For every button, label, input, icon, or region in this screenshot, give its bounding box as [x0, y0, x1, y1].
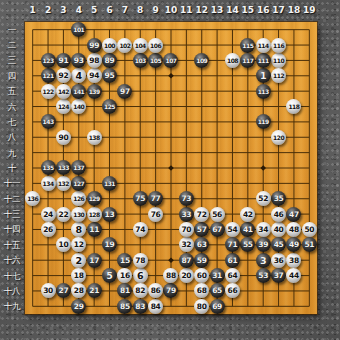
stone-white-54: 54 [225, 222, 240, 237]
stone-white-46: 46 [271, 207, 286, 222]
stone-black-91: 91 [56, 53, 71, 68]
stone-black-123: 123 [41, 53, 56, 68]
app-background: { "game": "go", "board": { "size": 19, "… [0, 0, 340, 340]
stone-black-17: 17 [87, 253, 102, 268]
stone-white-76: 76 [148, 207, 163, 222]
stone-white-6: 6 [133, 268, 148, 283]
stone-black-135: 135 [41, 160, 56, 175]
stone-white-24: 24 [41, 207, 56, 222]
stone-black-39: 39 [256, 237, 271, 252]
stone-white-122: 122 [41, 84, 56, 99]
stone-white-114: 114 [256, 38, 271, 53]
stone-white-52: 52 [256, 191, 271, 206]
row-label-7: 七 [0, 116, 24, 128]
stone-black-31: 31 [210, 268, 225, 283]
stone-black-1: 1 [256, 68, 271, 83]
stone-white-94: 94 [87, 68, 102, 83]
row-label-10: 十 [0, 162, 24, 174]
stone-white-50: 50 [302, 222, 317, 237]
star-point [168, 73, 174, 79]
stone-black-29: 29 [71, 299, 86, 314]
stone-white-100: 100 [102, 38, 117, 53]
stone-white-84: 84 [148, 299, 163, 314]
stone-black-5: 5 [102, 268, 117, 283]
row-label-2: 二 [0, 39, 24, 51]
stone-white-98: 98 [87, 53, 102, 68]
stone-white-2: 2 [71, 253, 86, 268]
stone-white-42: 42 [240, 207, 255, 222]
col-label-19: 19 [299, 4, 319, 16]
stone-white-72: 72 [194, 207, 209, 222]
stone-black-139: 139 [87, 84, 102, 99]
row-label-11: 十一 [0, 177, 24, 189]
stone-white-74: 74 [133, 222, 148, 237]
row-label-9: 九 [0, 147, 24, 159]
row-label-6: 六 [0, 101, 24, 113]
stone-white-70: 70 [179, 222, 194, 237]
stone-white-36: 36 [271, 253, 286, 268]
stone-white-142: 142 [56, 84, 71, 99]
stone-white-30: 30 [41, 283, 56, 298]
stone-black-89: 89 [102, 53, 117, 68]
stone-black-83: 83 [133, 299, 148, 314]
row-label-8: 八 [0, 131, 24, 143]
row-label-16: 十六 [0, 254, 24, 266]
stone-black-67: 67 [210, 222, 225, 237]
stone-black-47: 47 [286, 207, 301, 222]
star-point [168, 257, 174, 263]
stone-black-53: 53 [256, 268, 271, 283]
stone-black-143: 143 [41, 114, 56, 129]
row-label-18: 十八 [0, 285, 24, 297]
stone-black-103: 103 [133, 53, 148, 68]
stone-black-105: 105 [148, 53, 163, 68]
stone-white-78: 78 [133, 253, 148, 268]
stone-white-64: 64 [225, 268, 240, 283]
stone-white-104: 104 [133, 38, 148, 53]
stone-white-90: 90 [56, 130, 71, 145]
stone-white-34: 34 [256, 222, 271, 237]
stone-white-120: 120 [271, 130, 286, 145]
stone-black-13: 13 [102, 207, 117, 222]
go-board[interactable]: 1234568101112131516171819202122242627282… [25, 22, 317, 314]
stone-black-129: 129 [87, 191, 102, 206]
stone-black-11: 11 [87, 222, 102, 237]
stone-black-69: 69 [210, 299, 225, 314]
stone-white-110: 110 [271, 53, 286, 68]
row-label-13: 十三 [0, 208, 24, 220]
stone-black-125: 125 [102, 99, 117, 114]
star-point [168, 165, 174, 171]
stone-black-121: 121 [41, 68, 56, 83]
row-label-3: 三 [0, 54, 24, 66]
row-label-15: 十五 [0, 239, 24, 251]
stone-black-33: 33 [179, 207, 194, 222]
stone-white-124: 124 [56, 99, 71, 114]
row-label-1: 一 [0, 24, 24, 36]
stone-black-65: 65 [210, 283, 225, 298]
stone-white-80: 80 [194, 299, 209, 314]
stone-white-106: 106 [148, 38, 163, 53]
stone-black-87: 87 [179, 253, 194, 268]
stone-white-130: 130 [71, 207, 86, 222]
stone-white-138: 138 [87, 130, 102, 145]
stone-black-75: 75 [133, 191, 148, 206]
stone-white-26: 26 [41, 222, 56, 237]
stone-black-59: 59 [194, 253, 209, 268]
stone-black-73: 73 [179, 191, 194, 206]
stone-black-111: 111 [256, 53, 271, 68]
row-label-17: 十七 [0, 270, 24, 282]
star-point [260, 165, 266, 171]
stone-white-116: 116 [271, 38, 286, 53]
stone-white-134: 134 [41, 176, 56, 191]
row-label-5: 五 [0, 85, 24, 97]
stone-white-132: 132 [56, 176, 71, 191]
stone-white-108: 108 [225, 53, 240, 68]
stone-white-20: 20 [179, 268, 194, 283]
stone-white-22: 22 [56, 207, 71, 222]
row-label-4: 四 [0, 70, 24, 82]
stone-black-97: 97 [117, 84, 132, 99]
stone-white-40: 40 [271, 222, 286, 237]
stone-black-99: 99 [87, 38, 102, 53]
stone-black-113: 113 [256, 84, 271, 99]
stone-black-115: 115 [240, 38, 255, 53]
stone-white-128: 128 [87, 207, 102, 222]
stone-white-102: 102 [117, 38, 132, 53]
row-label-19: 十九 [0, 300, 24, 312]
stone-white-56: 56 [210, 207, 225, 222]
row-label-14: 十四 [0, 223, 24, 235]
stone-black-131: 131 [102, 176, 117, 191]
stone-black-3: 3 [256, 253, 271, 268]
stone-black-141: 141 [71, 84, 86, 99]
stone-black-61: 61 [225, 253, 240, 268]
row-label-12: 十二 [0, 193, 24, 205]
